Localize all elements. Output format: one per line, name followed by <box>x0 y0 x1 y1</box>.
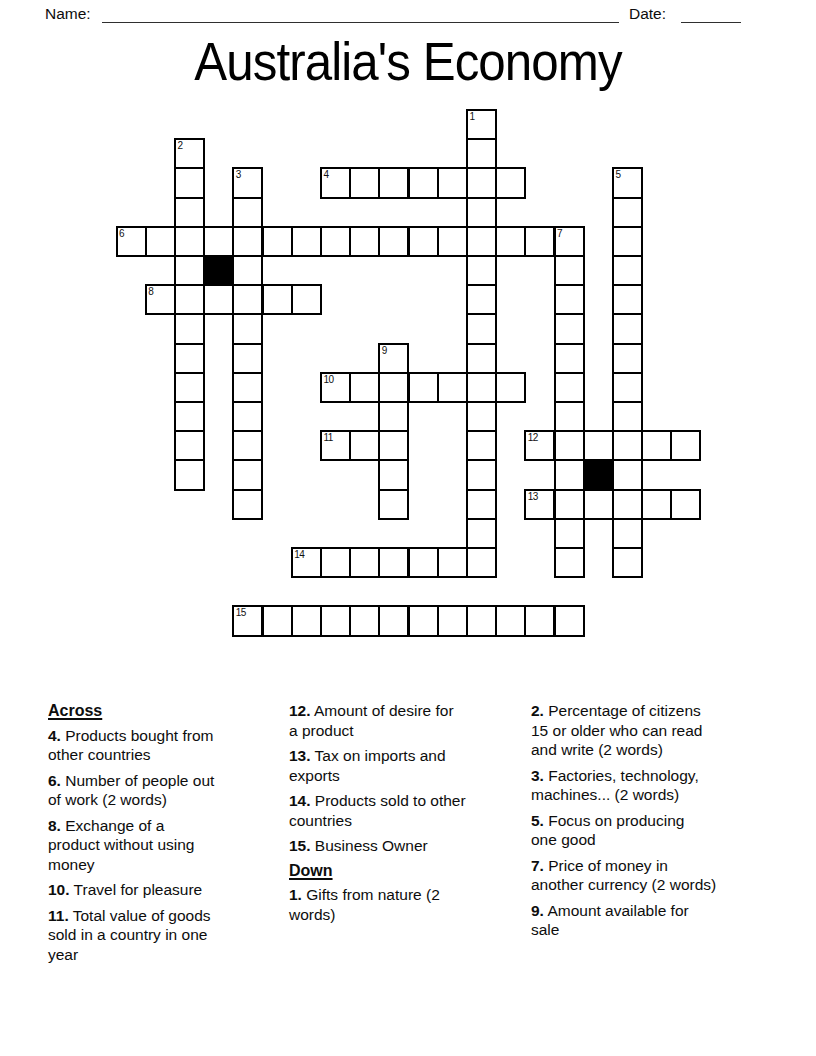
grid-cell[interactable] <box>554 255 585 286</box>
grid-cell[interactable] <box>641 489 672 520</box>
grid-cell[interactable] <box>349 372 380 403</box>
grid-cell[interactable] <box>232 372 263 403</box>
grid-cell[interactable] <box>554 401 585 432</box>
clue-number: 2. <box>531 702 544 719</box>
grid-cell[interactable] <box>174 430 205 461</box>
worksheet-page: Name: Date: Australia's Economy 12345678… <box>0 0 816 1056</box>
grid-cell[interactable] <box>554 313 585 344</box>
grid-cell[interactable] <box>466 313 497 344</box>
cell-number: 12 <box>528 433 538 443</box>
clue-8: 8. Exchange of aproduct without usingmon… <box>48 816 292 875</box>
grid-cell[interactable] <box>554 284 585 315</box>
grid-cell[interactable] <box>174 167 205 198</box>
grid-cell[interactable] <box>612 547 643 578</box>
clue-number: 9. <box>531 902 544 919</box>
cell-number: 8 <box>148 287 153 297</box>
grid-cell[interactable] <box>466 372 497 403</box>
grid-cell[interactable] <box>612 284 643 315</box>
clue-15: 15. Business Owner <box>289 836 533 856</box>
grid-cell[interactable] <box>291 605 322 636</box>
grid-cell[interactable] <box>554 518 585 549</box>
clue-number: 15. <box>289 837 311 854</box>
grid-cell[interactable] <box>349 547 380 578</box>
grid-cell[interactable] <box>232 343 263 374</box>
clues-heading-across: Across <box>48 701 292 721</box>
cell-number: 15 <box>236 608 246 618</box>
clues-heading-down: Down <box>289 861 533 881</box>
grid-cell[interactable] <box>174 197 205 228</box>
grid-cell[interactable] <box>466 401 497 432</box>
grid-cell[interactable] <box>670 489 701 520</box>
clue-number: 12. <box>289 702 311 719</box>
clue-7: 7. Price of money inanother currency (2 … <box>531 856 775 895</box>
clue-9: 9. Amount available forsale <box>531 901 775 940</box>
cell-number: 3 <box>236 170 241 180</box>
grid-cell[interactable] <box>612 343 643 374</box>
clue-number: 5. <box>531 812 544 829</box>
grid-cell[interactable] <box>203 284 234 315</box>
grid-cell[interactable] <box>174 459 205 490</box>
clue-4: 4. Products bought fromother countries <box>48 726 292 765</box>
cell-number: 13 <box>528 492 538 502</box>
grid-cell[interactable] <box>232 255 263 286</box>
clue-14: 14. Products sold to othercountries <box>289 791 533 830</box>
cell-number: 7 <box>557 229 562 239</box>
grid-cell[interactable] <box>320 547 351 578</box>
clue-6: 6. Number of people outof work (2 words) <box>48 771 292 810</box>
clue-number: 11. <box>48 907 69 924</box>
grid-cell[interactable] <box>320 605 351 636</box>
grid-cell[interactable] <box>554 547 585 578</box>
grid-cell[interactable] <box>408 226 439 257</box>
clue-number: 7. <box>531 857 544 874</box>
grid-cell[interactable] <box>378 372 409 403</box>
cell-number: 14 <box>294 550 304 560</box>
grid-cell[interactable] <box>612 518 643 549</box>
grid-cell[interactable] <box>641 430 672 461</box>
grid-cell[interactable] <box>466 197 497 228</box>
grid-cell[interactable] <box>174 284 205 315</box>
cell-number: 11 <box>323 433 332 443</box>
grid-cell[interactable] <box>378 489 409 520</box>
cell-number: 5 <box>615 170 620 180</box>
clue-2: 2. Percentage of citizens15 or older who… <box>531 701 775 760</box>
grid-cell[interactable] <box>262 226 293 257</box>
grid-cell[interactable] <box>612 430 643 461</box>
grid-cell[interactable] <box>466 459 497 490</box>
grid-cell[interactable] <box>232 284 263 315</box>
grid-cell[interactable] <box>670 430 701 461</box>
black-cell <box>583 459 614 490</box>
grid-cell[interactable] <box>349 605 380 636</box>
grid-cell[interactable] <box>466 167 497 198</box>
clue-10: 10. Travel for pleasure <box>48 880 292 900</box>
grid-cell[interactable] <box>466 255 497 286</box>
crossword-grid: 123456789101112131415 <box>116 109 703 637</box>
grid-cell[interactable] <box>262 284 293 315</box>
grid-cell[interactable] <box>583 489 614 520</box>
grid-cell[interactable] <box>583 430 614 461</box>
clue-12: 12. Amount of desire fora product <box>289 701 533 740</box>
clue-number: 13. <box>289 747 311 764</box>
grid-cell[interactable] <box>612 313 643 344</box>
clue-13: 13. Tax on imports andexports <box>289 746 533 785</box>
clue-5: 5. Focus on producingone good <box>531 811 775 850</box>
grid-cell[interactable] <box>466 489 497 520</box>
grid-cell[interactable] <box>466 605 497 636</box>
grid-cell[interactable] <box>612 401 643 432</box>
grid-cell[interactable] <box>408 167 439 198</box>
clue-number: 14. <box>289 792 311 809</box>
grid-cell[interactable] <box>466 226 497 257</box>
grid-cell[interactable] <box>408 372 439 403</box>
grid-cell[interactable] <box>554 430 585 461</box>
cell-number: 1 <box>469 112 474 122</box>
grid-cell[interactable] <box>554 372 585 403</box>
grid-cell[interactable] <box>408 605 439 636</box>
grid-cell[interactable] <box>378 226 409 257</box>
grid-cell[interactable] <box>612 255 643 286</box>
grid-cell[interactable] <box>437 547 468 578</box>
grid-cell[interactable] <box>466 518 497 549</box>
clue-number: 8. <box>48 817 61 834</box>
grid-cell[interactable] <box>554 343 585 374</box>
grid-cell[interactable] <box>232 430 263 461</box>
clue-number: 1. <box>289 886 302 903</box>
grid-cell[interactable] <box>378 167 409 198</box>
grid-cell[interactable] <box>612 226 643 257</box>
grid-cell[interactable] <box>554 489 585 520</box>
clue-1: 1. Gifts from nature (2words) <box>289 885 533 924</box>
black-cell <box>203 255 234 286</box>
clue-number: 10. <box>48 881 70 898</box>
clue-number: 3. <box>531 767 544 784</box>
grid-cell[interactable] <box>495 226 526 257</box>
grid-cell[interactable] <box>408 547 439 578</box>
cell-number: 10 <box>323 375 333 385</box>
clue-3: 3. Factories, technology,machines... (2 … <box>531 766 775 805</box>
grid-cell[interactable] <box>174 226 205 257</box>
grid-cell[interactable] <box>612 459 643 490</box>
grid-cell[interactable] <box>232 313 263 344</box>
grid-cell[interactable] <box>232 197 263 228</box>
grid-cell[interactable] <box>524 226 555 257</box>
clue-number: 6. <box>48 772 61 789</box>
grid-cell[interactable] <box>378 401 409 432</box>
cell-number: 4 <box>323 170 328 180</box>
grid-cell[interactable] <box>437 605 468 636</box>
grid-cell[interactable] <box>466 138 497 169</box>
grid-cell[interactable] <box>320 226 351 257</box>
grid-cell[interactable] <box>495 605 526 636</box>
grid-cell[interactable] <box>612 197 643 228</box>
cell-number: 6 <box>119 229 124 239</box>
grid-cell[interactable] <box>378 459 409 490</box>
grid-cell[interactable] <box>232 226 263 257</box>
grid-cell[interactable] <box>612 372 643 403</box>
grid-cell[interactable] <box>524 605 555 636</box>
grid-cell[interactable] <box>612 489 643 520</box>
grid-cell[interactable] <box>554 459 585 490</box>
clue-column-left: Across4. Products bought fromother count… <box>48 701 292 964</box>
grid-cell[interactable] <box>378 547 409 578</box>
clue-column-middle: 12. Amount of desire fora product13. Tax… <box>289 701 533 924</box>
grid-cell[interactable] <box>291 284 322 315</box>
date-fill-in-line[interactable] <box>681 22 741 23</box>
grid-cell[interactable] <box>174 343 205 374</box>
grid-cell[interactable] <box>174 313 205 344</box>
grid-cell[interactable] <box>495 167 526 198</box>
grid-cell[interactable] <box>262 605 293 636</box>
grid-cell[interactable] <box>466 284 497 315</box>
grid-cell[interactable] <box>174 255 205 286</box>
grid-cell[interactable] <box>466 430 497 461</box>
grid-cell[interactable] <box>466 343 497 374</box>
grid-cell[interactable] <box>145 226 176 257</box>
grid-cell[interactable] <box>291 226 322 257</box>
grid-cell[interactable] <box>437 226 468 257</box>
grid-cell[interactable] <box>378 430 409 461</box>
grid-cell[interactable] <box>349 430 380 461</box>
cell-number: 9 <box>382 346 387 356</box>
grid-cell[interactable] <box>232 401 263 432</box>
name-fill-in-line[interactable] <box>102 22 619 23</box>
grid-cell[interactable] <box>378 605 409 636</box>
grid-cell[interactable] <box>174 401 205 432</box>
date-label: Date: <box>629 5 666 23</box>
name-label: Name: <box>45 5 91 23</box>
grid-cell[interactable] <box>232 459 263 490</box>
clue-11: 11. Total value of goodssold in a countr… <box>48 906 292 965</box>
cell-number: 2 <box>177 141 182 151</box>
grid-cell[interactable] <box>495 372 526 403</box>
clue-number: 4. <box>48 727 61 744</box>
puzzle-title: Australia's Economy <box>29 33 788 91</box>
grid-cell[interactable] <box>232 489 263 520</box>
grid-cell[interactable] <box>349 226 380 257</box>
grid-cell[interactable] <box>466 547 497 578</box>
grid-cell[interactable] <box>554 605 585 636</box>
grid-cell[interactable] <box>174 372 205 403</box>
clue-column-right: 2. Percentage of citizens15 or older who… <box>531 701 775 940</box>
grid-cell[interactable] <box>349 167 380 198</box>
grid-cell[interactable] <box>437 372 468 403</box>
grid-cell[interactable] <box>203 226 234 257</box>
grid-cell[interactable] <box>437 167 468 198</box>
